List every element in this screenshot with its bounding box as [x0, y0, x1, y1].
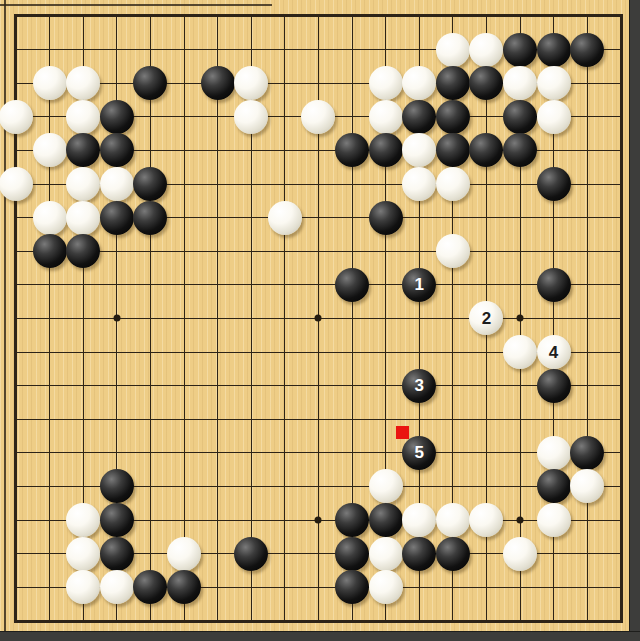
white-stone	[402, 66, 436, 100]
star-point	[315, 517, 322, 524]
white-stone	[503, 537, 537, 571]
star-point	[315, 315, 322, 322]
black-stone	[66, 133, 100, 167]
black-stone	[436, 100, 470, 134]
black-stone	[335, 570, 369, 604]
black-stone	[369, 201, 403, 235]
star-point	[113, 315, 120, 322]
black-stone	[436, 66, 470, 100]
white-stone	[469, 33, 503, 67]
black-stone	[402, 537, 436, 571]
white-stone	[402, 167, 436, 201]
move-number-label: 2	[482, 310, 491, 327]
white-stone	[33, 133, 67, 167]
black-stone	[100, 537, 134, 571]
white-stone	[0, 100, 33, 134]
black-stone	[133, 201, 167, 235]
white-stone	[436, 503, 470, 537]
white-stone	[402, 133, 436, 167]
black-stone	[570, 33, 604, 67]
black-stone	[201, 66, 235, 100]
black-stone	[503, 133, 537, 167]
white-stone	[33, 201, 67, 235]
black-stone	[100, 503, 134, 537]
black-stone	[234, 537, 268, 571]
black-stone	[537, 469, 571, 503]
white-stone	[369, 100, 403, 134]
white-stone	[66, 537, 100, 571]
black-stone	[133, 66, 167, 100]
black-stone	[503, 100, 537, 134]
white-stone	[436, 33, 470, 67]
white-stone	[503, 335, 537, 369]
black-stone	[436, 537, 470, 571]
black-stone	[100, 133, 134, 167]
black-stone	[100, 100, 134, 134]
black-stone	[537, 268, 571, 302]
black-stone	[369, 503, 403, 537]
white-stone	[436, 234, 470, 268]
white-stone	[469, 503, 503, 537]
white-stone	[537, 503, 571, 537]
white-stone	[369, 570, 403, 604]
image-right-border	[629, 0, 640, 641]
white-stone	[503, 66, 537, 100]
black-stone	[469, 66, 503, 100]
move-number-label: 5	[414, 444, 423, 461]
move-number-label: 4	[549, 344, 558, 361]
white-stone	[369, 469, 403, 503]
white-stone	[0, 167, 33, 201]
black-stone	[33, 234, 67, 268]
black-stone: 1	[402, 268, 436, 302]
black-stone	[335, 133, 369, 167]
white-stone: 2	[469, 301, 503, 335]
black-stone: 5	[402, 436, 436, 470]
white-stone	[301, 100, 335, 134]
black-stone	[369, 133, 403, 167]
black-stone	[335, 268, 369, 302]
black-stone	[503, 33, 537, 67]
black-stone	[133, 167, 167, 201]
white-stone	[537, 100, 571, 134]
black-stone	[402, 100, 436, 134]
black-stone	[570, 436, 604, 470]
white-stone	[402, 503, 436, 537]
white-stone	[66, 570, 100, 604]
white-stone	[100, 570, 134, 604]
move-number-label: 3	[414, 377, 423, 394]
black-stone	[100, 201, 134, 235]
white-stone	[66, 167, 100, 201]
black-stone	[100, 469, 134, 503]
black-stone	[335, 537, 369, 571]
white-stone	[369, 537, 403, 571]
go-board: 12435	[0, 0, 640, 641]
white-stone	[570, 469, 604, 503]
white-stone	[234, 100, 268, 134]
black-stone	[537, 33, 571, 67]
black-stone	[537, 167, 571, 201]
image-bottom-border	[0, 631, 640, 641]
go-board-screenshot: 12435	[0, 0, 640, 641]
white-stone	[268, 201, 302, 235]
white-stone	[369, 66, 403, 100]
star-point	[517, 315, 524, 322]
white-stone	[234, 66, 268, 100]
white-stone: 4	[537, 335, 571, 369]
black-stone	[167, 570, 201, 604]
white-stone	[66, 201, 100, 235]
white-stone	[66, 503, 100, 537]
white-stone	[436, 167, 470, 201]
star-point	[517, 517, 524, 524]
white-stone	[66, 66, 100, 100]
white-stone	[33, 66, 67, 100]
white-stone	[537, 66, 571, 100]
white-stone	[537, 436, 571, 470]
black-stone	[335, 503, 369, 537]
black-stone	[469, 133, 503, 167]
white-stone	[100, 167, 134, 201]
black-stone: 3	[402, 369, 436, 403]
last-move-marker	[396, 426, 409, 439]
black-stone	[133, 570, 167, 604]
black-stone	[537, 369, 571, 403]
black-stone	[66, 234, 100, 268]
black-stone	[436, 133, 470, 167]
white-stone	[167, 537, 201, 571]
move-number-label: 1	[414, 276, 423, 293]
white-stone	[66, 100, 100, 134]
